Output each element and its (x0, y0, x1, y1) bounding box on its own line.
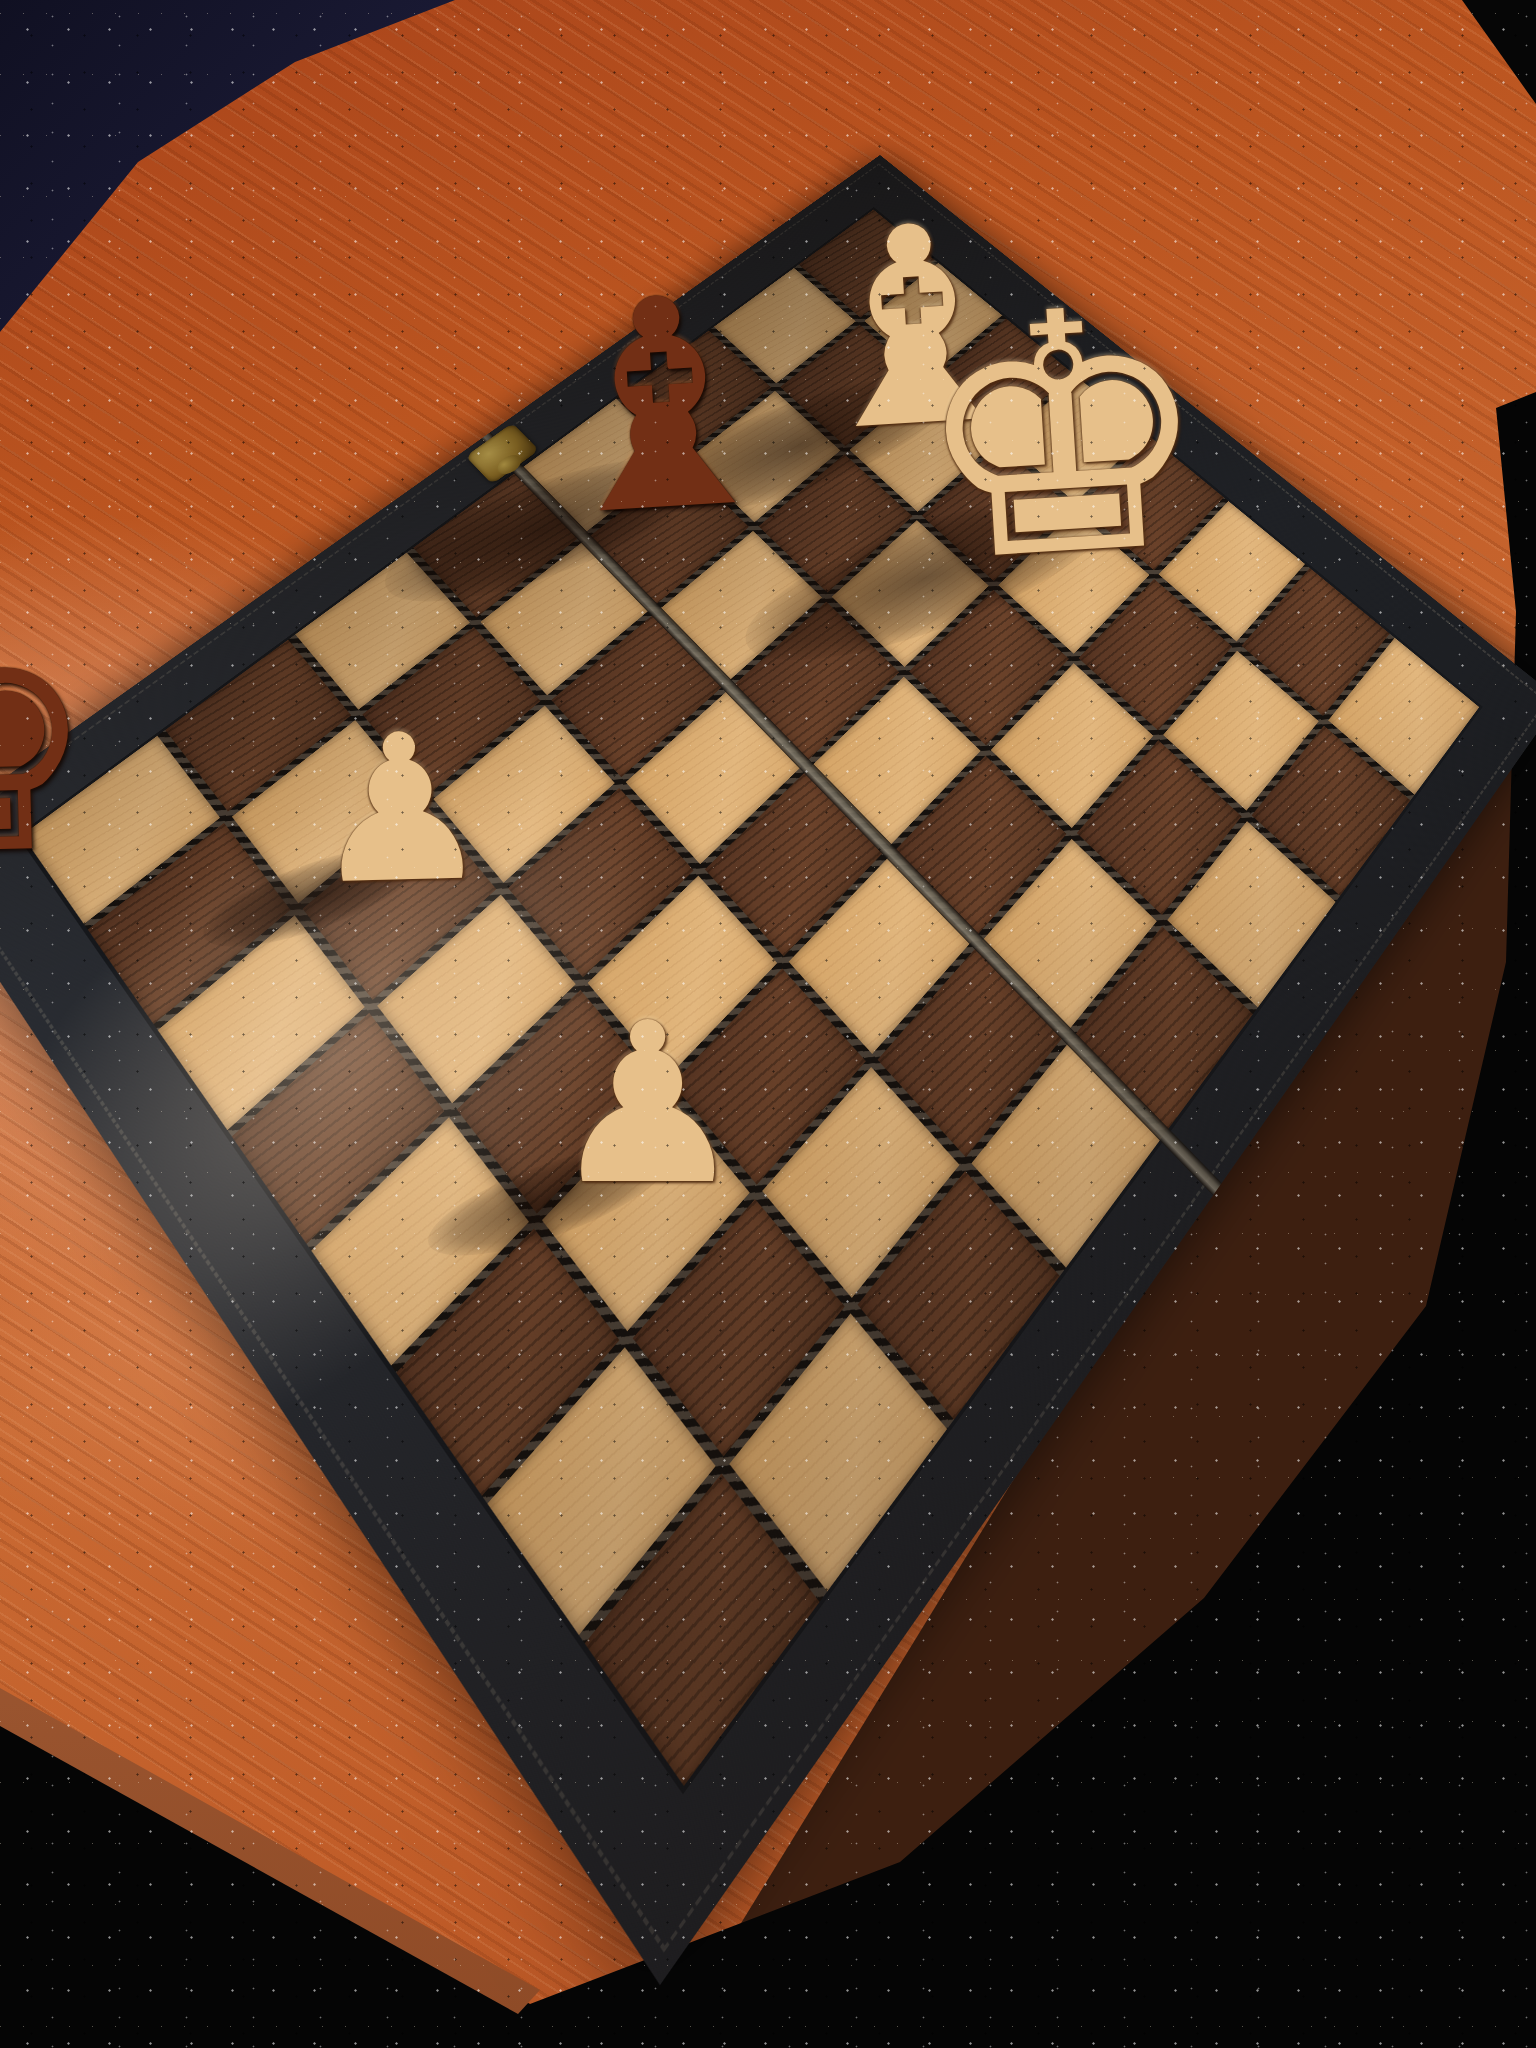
piece-shadow (417, 1123, 681, 1277)
piece-shadow (0, 768, 9, 985)
piece-shadow (370, 430, 714, 630)
piece-white-king-g4: ♚ (887, 260, 1238, 611)
piece-white-bishop-g6: ♝ (770, 184, 1059, 473)
piece-black-king-a8: ♚ (0, 581, 119, 902)
piece-white-pawn-b3: ♟ (537, 994, 759, 1216)
piece-white-pawn-b6: ♟ (297, 705, 505, 913)
piece-shadow (639, 351, 963, 540)
piece-black-bishop-e7: ♝ (509, 253, 815, 559)
piece-shadow (728, 463, 1122, 693)
pieces-overlay: ♚♝♟♟♝♚ (0, 0, 1536, 2048)
piece-shadow (193, 826, 434, 966)
